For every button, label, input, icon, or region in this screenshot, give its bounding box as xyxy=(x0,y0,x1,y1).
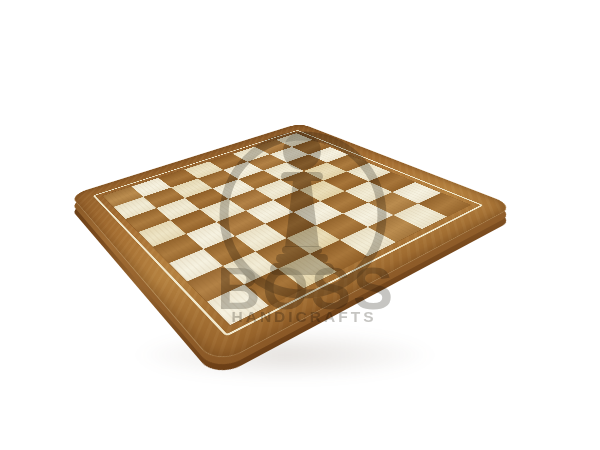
board-field xyxy=(103,133,471,325)
product-photo-stage: BOSS HANDICRAFTS xyxy=(0,0,600,450)
